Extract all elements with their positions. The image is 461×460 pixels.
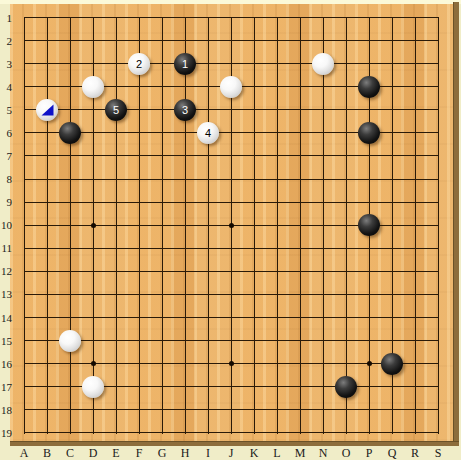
grid-line-col-C [70,18,71,434]
grid-line-row-2 [24,40,439,41]
move-number: 2 [136,58,142,70]
grid-line-col-I [208,18,209,434]
move-number: 5 [113,104,119,116]
stone-white-I6: 4 [197,122,219,144]
grid-line-row-19 [24,432,439,433]
star-point [367,361,372,366]
star-point [229,223,234,228]
col-label-E: E [106,447,126,460]
col-label-H: H [175,447,195,460]
col-label-R: R [405,447,425,460]
grid-line-row-5 [24,109,439,110]
row-label-1: 1 [0,12,12,24]
grid-line-col-O [346,18,347,434]
grid-line-row-8 [24,179,439,180]
row-label-17: 17 [0,381,12,393]
stone-white-C15 [59,330,81,352]
row-label-15: 15 [0,335,12,347]
grid-line-col-E [116,18,117,434]
row-label-10: 10 [0,219,12,231]
col-label-I: I [198,447,218,460]
board-right-edge [453,2,459,446]
grid-line-col-S [438,18,439,434]
stone-white-F3: 2 [128,53,150,75]
stone-white-J4 [220,76,242,98]
col-label-G: G [152,447,172,460]
col-label-D: D [83,447,103,460]
grid-line-col-H [185,18,186,434]
col-label-S: S [428,447,448,460]
row-label-12: 12 [0,265,12,277]
row-label-16: 16 [0,358,12,370]
go-diagram-page: 12345678910111213141516171819ABCDEFGHIJK… [0,0,461,460]
row-label-8: 8 [0,173,12,185]
star-point [91,223,96,228]
row-label-7: 7 [0,150,12,162]
row-label-11: 11 [0,242,12,254]
row-label-9: 9 [0,196,12,208]
stone-black-O17 [335,376,357,398]
col-label-C: C [60,447,80,460]
grid-line-col-R [415,18,416,434]
grid-line-row-11 [24,248,439,249]
stone-black-C6 [59,122,81,144]
col-label-P: P [359,447,379,460]
grid-line-row-7 [24,155,439,156]
grid-line-row-18 [24,409,439,410]
grid-line-col-A [24,18,25,434]
col-label-K: K [244,447,264,460]
row-label-13: 13 [0,288,12,300]
grid-line-row-12 [24,271,439,272]
move-number: 4 [205,127,211,139]
row-label-4: 4 [0,81,12,93]
stone-black-Q16 [381,353,403,375]
row-label-2: 2 [0,35,12,47]
stone-black-E5: 5 [105,99,127,121]
grid-line-col-B [47,18,48,434]
grid-line-col-L [277,18,278,434]
col-label-L: L [267,447,287,460]
star-point [229,361,234,366]
move-number: 3 [182,104,188,116]
grid-line-row-1 [24,17,439,18]
col-label-Q: Q [382,447,402,460]
col-label-A: A [14,447,34,460]
stone-black-P4 [358,76,380,98]
grid-line-row-13 [24,294,439,295]
row-label-3: 3 [0,58,12,70]
stone-white-D4 [82,76,104,98]
row-label-19: 19 [0,427,12,439]
grid-line-row-9 [24,202,439,203]
stone-black-H3: 1 [174,53,196,75]
stone-white-D17 [82,376,104,398]
col-label-J: J [221,447,241,460]
row-label-5: 5 [0,104,12,116]
stone-white-N3 [312,53,334,75]
row-label-14: 14 [0,312,12,324]
star-point [91,361,96,366]
col-label-O: O [336,447,356,460]
move-number: 1 [182,58,188,70]
stone-black-H5: 3 [174,99,196,121]
row-label-18: 18 [0,404,12,416]
row-label-6: 6 [0,127,12,139]
stone-white-B5 [36,99,58,121]
grid-line-col-G [162,18,163,434]
stone-black-P6 [358,122,380,144]
col-label-M: M [290,447,310,460]
grid-line-col-F [139,18,140,434]
col-label-N: N [313,447,333,460]
grid-line-col-K [254,18,255,434]
grid-line-col-M [300,18,301,434]
col-label-B: B [37,447,57,460]
grid-line-col-N [323,18,324,434]
col-label-F: F [129,447,149,460]
grid-line-row-15 [24,340,439,341]
grid-line-row-3 [24,63,439,64]
grid-line-row-14 [24,317,439,318]
last-move-triangle-icon [41,104,54,116]
